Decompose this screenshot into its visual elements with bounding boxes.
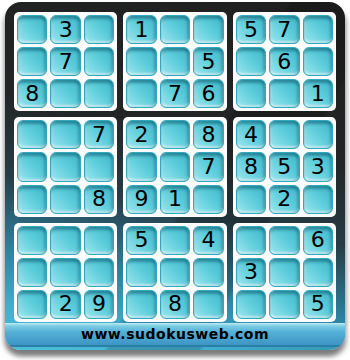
cell-r2c7[interactable]: [236, 47, 266, 76]
cell-r7c7[interactable]: [236, 226, 266, 255]
cell-r1c6[interactable]: [193, 15, 223, 44]
sudoku-box-3-3: 635: [233, 223, 336, 322]
cell-r7c9[interactable]: 6: [303, 226, 333, 255]
cell-r1c3[interactable]: [84, 15, 114, 44]
cell-r1c1[interactable]: [17, 15, 47, 44]
cell-r6c2[interactable]: [50, 185, 80, 214]
cell-r2c8[interactable]: 6: [269, 47, 299, 76]
cell-r5c1[interactable]: [17, 152, 47, 181]
sudoku-box-1-1: 378: [14, 12, 117, 111]
cell-r5c8[interactable]: 5: [269, 152, 299, 181]
cell-r1c2[interactable]: 3: [50, 15, 80, 44]
footer-band: www.sudokusweb.com: [5, 323, 345, 347]
cell-r9c7[interactable]: [236, 290, 266, 319]
cell-r6c8[interactable]: 2: [269, 185, 299, 214]
cell-r7c4[interactable]: 5: [126, 226, 156, 255]
cell-r6c5[interactable]: 1: [160, 185, 190, 214]
cell-r7c1[interactable]: [17, 226, 47, 255]
sudoku-box-2-2: 28791: [123, 117, 226, 216]
cell-r5c7[interactable]: 8: [236, 152, 266, 181]
cell-r9c9[interactable]: 5: [303, 290, 333, 319]
cell-r6c3[interactable]: 8: [84, 185, 114, 214]
cell-r2c2[interactable]: 7: [50, 47, 80, 76]
cell-r3c9[interactable]: 1: [303, 79, 333, 108]
cell-r3c5[interactable]: 7: [160, 79, 190, 108]
cell-r5c5[interactable]: [160, 152, 190, 181]
cell-r7c6[interactable]: 4: [193, 226, 223, 255]
sudoku-box-2-3: 48532: [233, 117, 336, 216]
cell-r4c1[interactable]: [17, 120, 47, 149]
sudoku-box-1-3: 5761: [233, 12, 336, 111]
cell-r8c1[interactable]: [17, 258, 47, 287]
cell-r2c1[interactable]: [17, 47, 47, 76]
cell-r8c9[interactable]: [303, 258, 333, 287]
cell-r9c4[interactable]: [126, 290, 156, 319]
cell-r3c8[interactable]: [269, 79, 299, 108]
cell-r3c1[interactable]: 8: [17, 79, 47, 108]
cell-r2c4[interactable]: [126, 47, 156, 76]
cell-r2c9[interactable]: [303, 47, 333, 76]
cell-r7c8[interactable]: [269, 226, 299, 255]
cell-r4c3[interactable]: 7: [84, 120, 114, 149]
cell-r2c6[interactable]: 5: [193, 47, 223, 76]
cell-r8c6[interactable]: [193, 258, 223, 287]
cell-r9c8[interactable]: [269, 290, 299, 319]
cell-r1c4[interactable]: 1: [126, 15, 156, 44]
cell-r4c4[interactable]: 2: [126, 120, 156, 149]
cell-r1c5[interactable]: [160, 15, 190, 44]
sudoku-box-2-1: 78: [14, 117, 117, 216]
cell-r4c8[interactable]: [269, 120, 299, 149]
cell-r3c2[interactable]: [50, 79, 80, 108]
sudoku-box-1-2: 1576: [123, 12, 226, 111]
cell-r4c2[interactable]: [50, 120, 80, 149]
cell-r7c5[interactable]: [160, 226, 190, 255]
cell-r8c4[interactable]: [126, 258, 156, 287]
sudoku-box-3-2: 548: [123, 223, 226, 322]
cell-r3c4[interactable]: [126, 79, 156, 108]
cell-r4c7[interactable]: 4: [236, 120, 266, 149]
cell-r2c3[interactable]: [84, 47, 114, 76]
cell-r3c6[interactable]: 6: [193, 79, 223, 108]
sudoku-box-3-1: 29: [14, 223, 117, 322]
cell-r5c4[interactable]: [126, 152, 156, 181]
cell-r5c9[interactable]: 3: [303, 152, 333, 181]
cell-r8c3[interactable]: [84, 258, 114, 287]
board-frame: 3781576576178287914853229548635 www.sudo…: [5, 2, 345, 350]
cell-r8c7[interactable]: 3: [236, 258, 266, 287]
cell-r4c9[interactable]: [303, 120, 333, 149]
cell-r7c2[interactable]: [50, 226, 80, 255]
cell-r8c2[interactable]: [50, 258, 80, 287]
cell-r6c4[interactable]: 9: [126, 185, 156, 214]
site-url[interactable]: www.sudokusweb.com: [81, 326, 269, 342]
sudoku-board: 3781576576178287914853229548635: [14, 12, 336, 322]
cell-r6c1[interactable]: [17, 185, 47, 214]
cell-r3c3[interactable]: [84, 79, 114, 108]
cell-r9c2[interactable]: 2: [50, 290, 80, 319]
cell-r8c8[interactable]: [269, 258, 299, 287]
cell-r2c5[interactable]: [160, 47, 190, 76]
cell-r9c3[interactable]: 9: [84, 290, 114, 319]
cell-r5c3[interactable]: [84, 152, 114, 181]
cell-r6c6[interactable]: [193, 185, 223, 214]
cell-r1c7[interactable]: 5: [236, 15, 266, 44]
cell-r1c8[interactable]: 7: [269, 15, 299, 44]
cell-r8c5[interactable]: [160, 258, 190, 287]
cell-r6c7[interactable]: [236, 185, 266, 214]
cell-r4c6[interactable]: 8: [193, 120, 223, 149]
cell-r9c1[interactable]: [17, 290, 47, 319]
cell-r3c7[interactable]: [236, 79, 266, 108]
cell-r5c2[interactable]: [50, 152, 80, 181]
cell-r6c9[interactable]: [303, 185, 333, 214]
cell-r1c9[interactable]: [303, 15, 333, 44]
cell-r9c6[interactable]: [193, 290, 223, 319]
cell-r4c5[interactable]: [160, 120, 190, 149]
cell-r7c3[interactable]: [84, 226, 114, 255]
cell-r5c6[interactable]: 7: [193, 152, 223, 181]
cell-r9c5[interactable]: 8: [160, 290, 190, 319]
